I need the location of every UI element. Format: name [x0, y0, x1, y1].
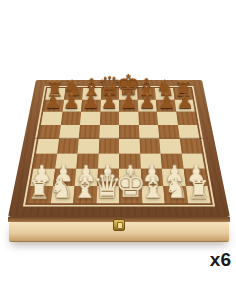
square-c2: ♟: [75, 169, 98, 186]
square-a1: ♜: [27, 186, 52, 204]
square-c5: [79, 125, 100, 139]
square-b4: [57, 139, 79, 154]
square-e1: ♚: [119, 186, 142, 204]
box-side-panel: [9, 222, 229, 242]
square-f2: ♟: [140, 169, 163, 186]
square-h6: [176, 112, 197, 125]
chess-board-scene: ♜♞♝♛♚♝♞♜♟♟♟♟♟♟♟♟♟♟♟♟♟♟♟♟♜♞♝♛♚♝♞♜: [8, 80, 230, 217]
square-g3: [160, 153, 183, 169]
square-a6: [41, 112, 62, 125]
square-d7: ♟: [100, 100, 119, 112]
square-a3: [33, 153, 56, 169]
square-g2: ♟: [162, 169, 186, 186]
square-e2: ♟: [119, 169, 141, 186]
square-e5: [119, 125, 139, 139]
square-a8: ♜: [45, 88, 65, 100]
pack-quantity-badge: x6: [210, 249, 231, 271]
square-b7: ♟: [62, 100, 82, 112]
dark-rook: ♜: [45, 79, 63, 99]
white-bishop: ♝: [140, 173, 166, 202]
square-e7: ♟: [119, 100, 138, 112]
square-d2: ♟: [97, 169, 119, 186]
square-h3: [181, 153, 204, 169]
product-photo: ♜♞♝♛♚♝♞♜♟♟♟♟♟♟♟♟♟♟♟♟♟♟♟♟♜♞♝♛♚♝♞♜ x6: [0, 0, 236, 305]
chess-board: ♜♞♝♛♚♝♞♜♟♟♟♟♟♟♟♟♟♟♟♟♟♟♟♟♜♞♝♛♚♝♞♜: [8, 80, 230, 217]
square-c7: ♟: [81, 100, 100, 112]
square-h1: ♜: [185, 186, 210, 204]
square-c3: [76, 153, 98, 169]
square-b2: ♟: [53, 169, 77, 186]
square-f3: [140, 153, 162, 169]
square-a4: [36, 139, 59, 154]
square-b6: [60, 112, 81, 125]
board-field: ♜♞♝♛♚♝♞♜♟♟♟♟♟♟♟♟♟♟♟♟♟♟♟♟♜♞♝♛♚♝♞♜: [23, 86, 215, 206]
square-h5: [178, 125, 200, 139]
square-g8: ♞: [155, 88, 174, 100]
dark-rook: ♜: [174, 79, 192, 99]
square-e3: [119, 153, 140, 169]
square-d1: ♛: [96, 186, 119, 204]
square-f4: [139, 139, 160, 154]
square-b8: ♞: [64, 88, 83, 100]
dark-knight: ♞: [63, 77, 83, 99]
square-b5: [59, 125, 80, 139]
square-g5: [158, 125, 179, 139]
square-c4: [78, 139, 99, 154]
square-d8: ♛: [101, 88, 119, 100]
square-h8: ♜: [173, 88, 193, 100]
square-f8: ♝: [137, 88, 156, 100]
square-b1: ♞: [50, 186, 74, 204]
dark-bishop: ♝: [81, 76, 102, 99]
square-a7: ♟: [43, 100, 64, 112]
square-g6: [157, 112, 178, 125]
square-e6: [119, 112, 139, 125]
square-a5: [39, 125, 61, 139]
square-c6: [80, 112, 100, 125]
square-g7: ♟: [156, 100, 176, 112]
square-c1: ♝: [73, 186, 97, 204]
square-d3: [98, 153, 119, 169]
square-h2: ♟: [183, 169, 207, 186]
square-e4: [119, 139, 140, 154]
square-d6: [99, 112, 119, 125]
square-h7: ♟: [174, 100, 195, 112]
square-b3: [55, 153, 78, 169]
square-f1: ♝: [141, 186, 165, 204]
square-f6: [138, 112, 158, 125]
square-c8: ♝: [82, 88, 101, 100]
white-bishop: ♝: [72, 173, 98, 202]
square-g4: [159, 139, 181, 154]
square-h4: [179, 139, 202, 154]
square-a2: ♟: [30, 169, 54, 186]
brass-clasp-icon: [113, 219, 125, 231]
square-f5: [139, 125, 160, 139]
board-grid: ♜♞♝♛♚♝♞♜♟♟♟♟♟♟♟♟♟♟♟♟♟♟♟♟♜♞♝♛♚♝♞♜: [27, 88, 210, 203]
square-d5: [99, 125, 119, 139]
square-f7: ♟: [137, 100, 156, 112]
square-d4: [98, 139, 119, 154]
square-e8: ♚: [119, 88, 137, 100]
square-g1: ♞: [163, 186, 187, 204]
fold-seam: [35, 138, 203, 139]
